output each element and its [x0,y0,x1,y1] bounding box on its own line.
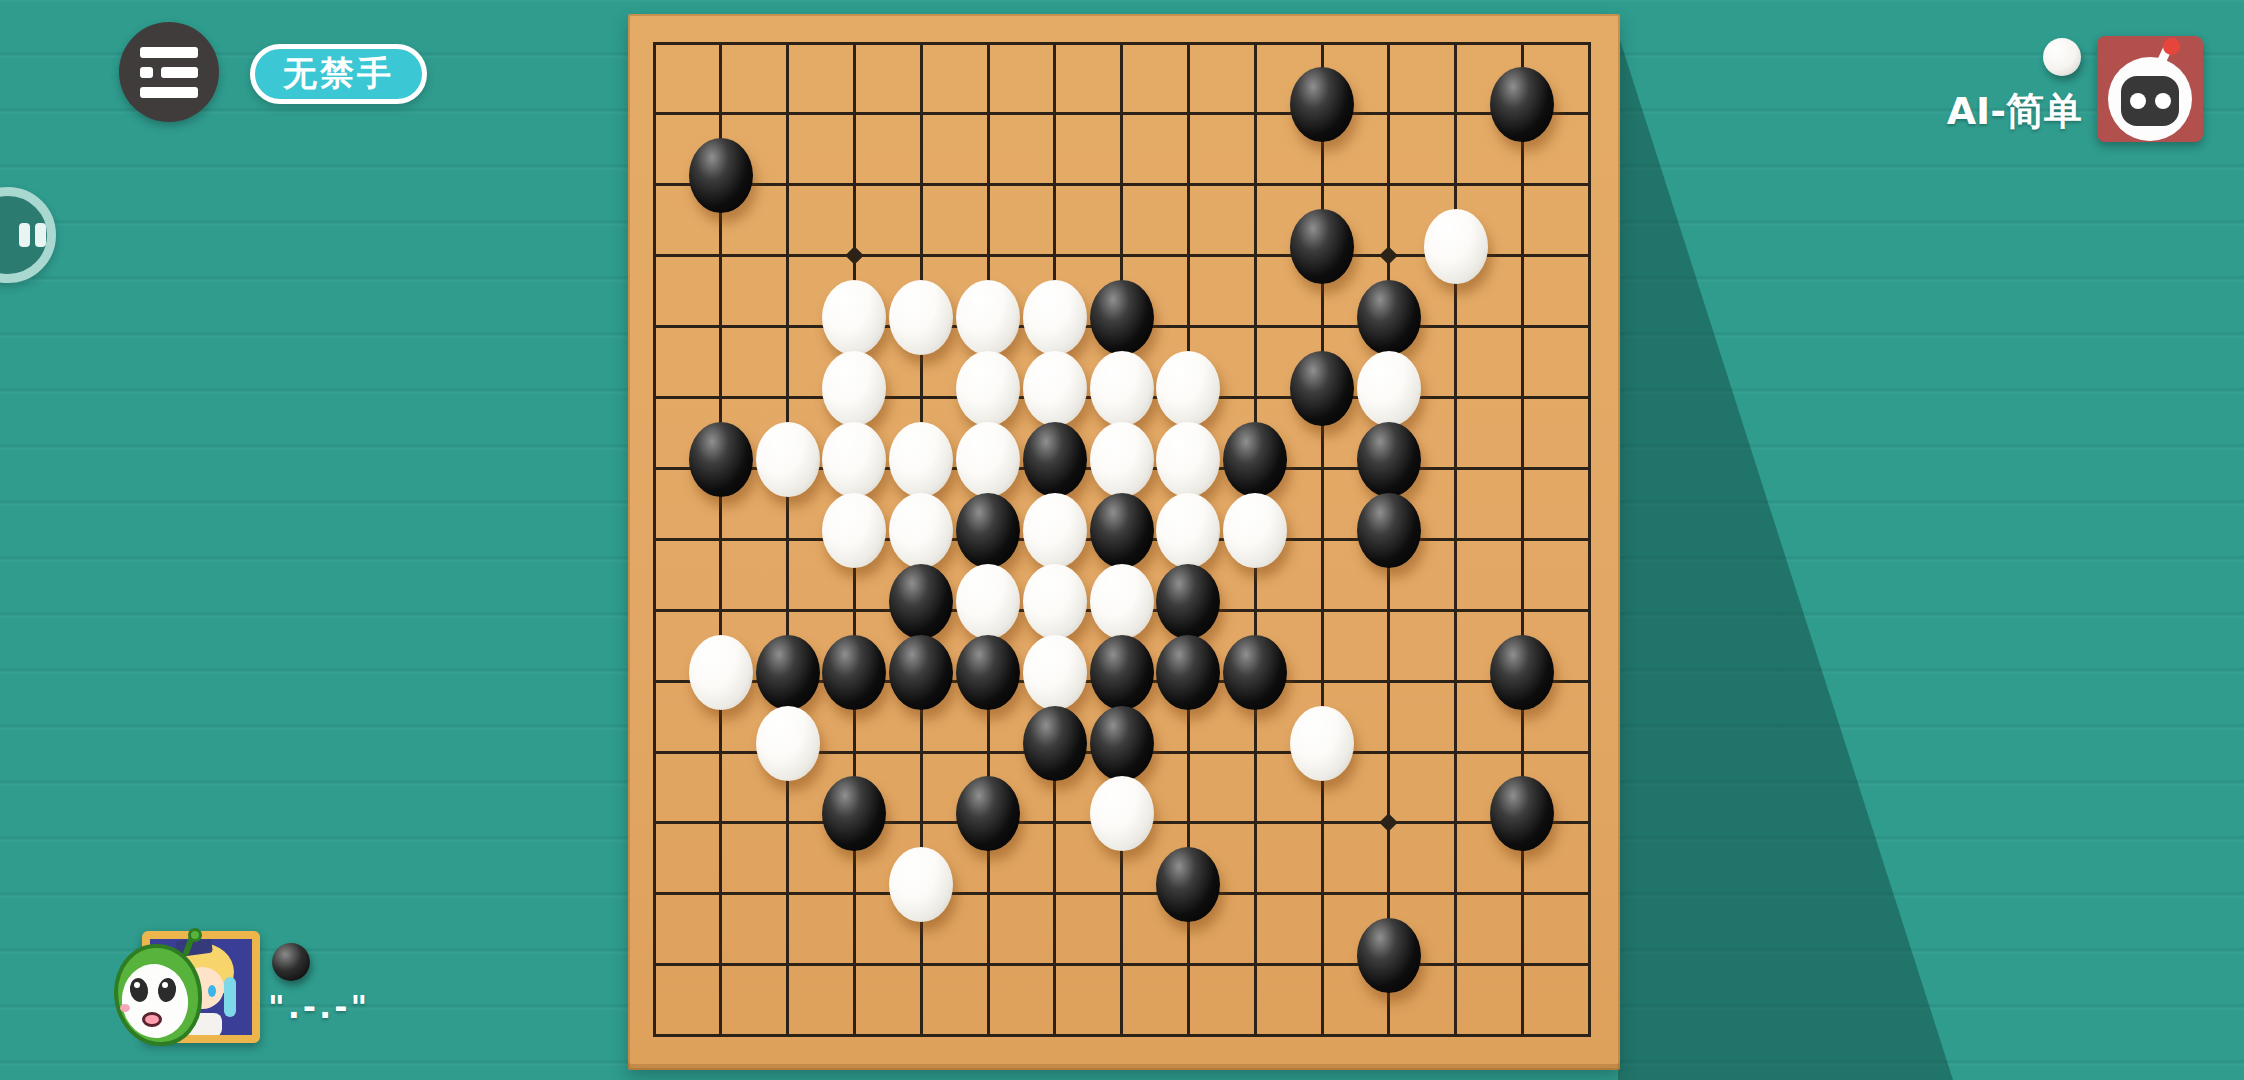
mascot-eye-glint [134,982,140,988]
stone-white [1090,422,1154,497]
stone-black [956,776,1020,851]
hamburger-icon [161,67,198,78]
grid-line-horizontal [653,892,1591,895]
stone-black [1490,67,1554,142]
stone-black [1023,706,1087,781]
stone-black [1490,776,1554,851]
stone-white [1023,351,1087,426]
mascot-cheek [120,1004,130,1012]
stone-black [822,776,886,851]
star-point [1380,246,1398,264]
stone-black [1223,635,1287,710]
board-table-shadow [1618,34,1953,1080]
stone-white [1223,493,1287,568]
mascot-antenna-ball [188,928,202,942]
stone-black [889,635,953,710]
ai-difficulty-label: AI-简单 [1947,86,2082,137]
stone-white [756,422,820,497]
stone-white [1023,280,1087,355]
stone-white [822,493,886,568]
grid-line-vertical [1321,42,1324,1038]
stone-black [1023,422,1087,497]
stone-black [1357,918,1421,993]
stone-white [1023,493,1087,568]
stone-white [822,280,886,355]
stone-white [889,847,953,922]
stone-black [1156,635,1220,710]
stone-black [1290,67,1354,142]
stone-black [1156,564,1220,639]
stone-black [1490,635,1554,710]
hamburger-icon [140,67,153,78]
robot-eye-icon [2130,93,2146,109]
hamburger-icon [140,47,198,58]
grid-line-vertical [1521,42,1524,1038]
pause-handle-button[interactable] [0,187,56,283]
girl-hair-strand [224,977,236,1017]
stone-white [956,280,1020,355]
stone-white [1090,351,1154,426]
robot-eye-icon [2155,93,2171,109]
stone-black [956,493,1020,568]
stone-white [889,422,953,497]
stone-black [1156,847,1220,922]
stone-white [822,422,886,497]
stone-black [1090,280,1154,355]
stone-white [1090,564,1154,639]
star-point [845,246,863,264]
stone-white [1090,776,1154,851]
stone-white [956,351,1020,426]
hamburger-icon [140,87,198,98]
stone-white [689,635,753,710]
stone-black [889,564,953,639]
menu-button[interactable] [119,22,219,122]
stone-white [756,706,820,781]
star-point [1380,814,1398,832]
stone-white [1424,209,1488,284]
stone-black [1290,351,1354,426]
stone-white [956,422,1020,497]
stone-white [1290,706,1354,781]
stone-black [1357,422,1421,497]
stone-white [889,280,953,355]
stone-white [1023,564,1087,639]
stone-white [1023,635,1087,710]
pause-icon [19,223,30,247]
player-stone-indicator [272,943,310,981]
stone-black [1357,493,1421,568]
stone-black [1090,493,1154,568]
mascot-eye-glint [162,982,168,988]
rule-badge: 无禁手 [250,44,427,104]
goban-board[interactable] [628,14,1620,1070]
stone-black [822,635,886,710]
stone-black [956,635,1020,710]
ai-stone-indicator [2043,38,2081,76]
stone-white [956,564,1020,639]
stone-black [1090,635,1154,710]
stone-black [1223,422,1287,497]
grid-line-vertical [1454,42,1457,1038]
ai-avatar[interactable] [2097,36,2203,142]
player-speech-text: ".-.-" [268,988,370,1026]
stone-white [1156,351,1220,426]
grid-line-vertical [1588,42,1591,1038]
stone-black [1357,280,1421,355]
pause-icon [35,223,46,247]
grid-line-horizontal [653,1034,1591,1037]
stone-black [1090,706,1154,781]
stone-black [756,635,820,710]
robot-antenna-ball-icon [2163,38,2180,55]
grid-line-horizontal [653,963,1591,966]
stone-white [889,493,953,568]
stone-white [1357,351,1421,426]
stone-white [1156,493,1220,568]
stone-black [689,138,753,213]
mascot-mouth [142,1012,162,1027]
stone-black [1290,209,1354,284]
green-mascot [114,936,210,1048]
stone-white [822,351,886,426]
rule-badge-label: 无禁手 [283,51,394,97]
stone-white [1156,422,1220,497]
stone-black [689,422,753,497]
